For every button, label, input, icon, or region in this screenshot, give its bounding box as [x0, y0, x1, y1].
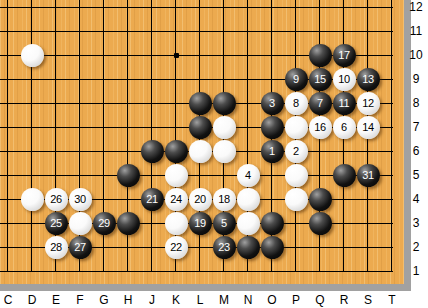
col-label-P: P — [284, 292, 308, 308]
col-label-C: C — [0, 292, 20, 308]
star-point-K10 — [174, 53, 179, 58]
stone-white-K5[interactable] — [165, 164, 188, 187]
stone-white-E4[interactable]: 26 — [45, 188, 68, 211]
row-label-3: 3 — [404, 215, 428, 231]
row-label-2: 2 — [404, 239, 428, 255]
row-label-9: 9 — [404, 71, 428, 87]
row-label-11: 11 — [404, 23, 428, 39]
stone-white-E2[interactable]: 28 — [45, 236, 68, 259]
stone-black-E3[interactable]: 25 — [45, 212, 68, 235]
stone-black-M2[interactable]: 23 — [213, 236, 236, 259]
stone-white-N4[interactable] — [237, 188, 260, 211]
stone-white-S8[interactable]: 12 — [357, 92, 380, 115]
stone-black-R10[interactable]: 17 — [333, 44, 356, 67]
stone-white-N5[interactable]: 4 — [237, 164, 260, 187]
stone-black-Q10[interactable] — [309, 44, 332, 67]
col-label-E: E — [44, 292, 68, 308]
stone-white-P7[interactable] — [285, 116, 308, 139]
col-label-H: H — [116, 292, 140, 308]
go-board-screenshot: 1791510133871112166141243126302124201825… — [0, 0, 428, 308]
stone-black-P9[interactable]: 9 — [285, 68, 308, 91]
stone-black-M8[interactable] — [213, 92, 236, 115]
row-label-8: 8 — [404, 95, 428, 111]
stone-black-H5[interactable] — [117, 164, 140, 187]
stone-black-S9[interactable]: 13 — [357, 68, 380, 91]
row-label-7: 7 — [404, 119, 428, 135]
col-label-M: M — [212, 292, 236, 308]
col-label-D: D — [20, 292, 44, 308]
stone-white-F4[interactable]: 30 — [69, 188, 92, 211]
stone-black-R8[interactable]: 11 — [333, 92, 356, 115]
col-label-G: G — [92, 292, 116, 308]
row-label-5: 5 — [404, 167, 428, 183]
stone-white-N3[interactable] — [237, 212, 260, 235]
stone-black-M3[interactable]: 5 — [213, 212, 236, 235]
col-label-K: K — [164, 292, 188, 308]
stone-white-M4[interactable]: 18 — [213, 188, 236, 211]
row-label-6: 6 — [404, 143, 428, 159]
col-label-L: L — [188, 292, 212, 308]
stone-black-Q8[interactable]: 7 — [309, 92, 332, 115]
stone-black-N2[interactable] — [237, 236, 260, 259]
col-label-T: T — [380, 292, 404, 308]
row-label-12: 12 — [404, 0, 428, 15]
stone-white-P8[interactable]: 8 — [285, 92, 308, 115]
stone-white-K2[interactable]: 22 — [165, 236, 188, 259]
stone-black-G3[interactable]: 29 — [93, 212, 116, 235]
stone-white-L4[interactable]: 20 — [189, 188, 212, 211]
col-label-J: J — [140, 292, 164, 308]
stone-black-Q4[interactable] — [309, 188, 332, 211]
col-label-R: R — [332, 292, 356, 308]
stone-black-R5[interactable] — [333, 164, 356, 187]
stone-white-R9[interactable]: 10 — [333, 68, 356, 91]
col-label-N: N — [236, 292, 260, 308]
stone-white-P5[interactable] — [285, 164, 308, 187]
stone-black-Q3[interactable] — [309, 212, 332, 235]
stone-black-L3[interactable]: 19 — [189, 212, 212, 235]
stone-white-D10[interactable] — [21, 44, 44, 67]
stone-black-Q9[interactable]: 15 — [309, 68, 332, 91]
stone-black-J6[interactable] — [141, 140, 164, 163]
row-label-4: 4 — [404, 191, 428, 207]
stone-white-K3[interactable] — [165, 212, 188, 235]
stone-black-O7[interactable] — [261, 116, 284, 139]
stone-white-P6[interactable]: 2 — [285, 140, 308, 163]
stone-black-O3[interactable] — [261, 212, 284, 235]
go-board[interactable]: 1791510133871112166141243126302124201825… — [0, 0, 404, 284]
row-label-1: 1 — [404, 263, 428, 279]
stone-white-K4[interactable]: 24 — [165, 188, 188, 211]
row-label-10: 10 — [404, 47, 428, 63]
stone-white-F3[interactable] — [69, 212, 92, 235]
stone-black-S5[interactable]: 31 — [357, 164, 380, 187]
stone-black-K6[interactable] — [165, 140, 188, 163]
stone-white-Q7[interactable]: 16 — [309, 116, 332, 139]
stone-white-M6[interactable] — [213, 140, 236, 163]
stone-white-P4[interactable] — [285, 188, 308, 211]
col-label-Q: Q — [308, 292, 332, 308]
stone-black-L8[interactable] — [189, 92, 212, 115]
stone-black-O2[interactable] — [261, 236, 284, 259]
stone-black-O6[interactable]: 1 — [261, 140, 284, 163]
stone-white-L6[interactable] — [189, 140, 212, 163]
stone-black-J4[interactable]: 21 — [141, 188, 164, 211]
stone-black-F2[interactable]: 27 — [69, 236, 92, 259]
stone-white-M7[interactable] — [213, 116, 236, 139]
col-label-S: S — [356, 292, 380, 308]
stone-white-S7[interactable]: 14 — [357, 116, 380, 139]
stone-black-O8[interactable]: 3 — [261, 92, 284, 115]
stone-white-R7[interactable]: 6 — [333, 116, 356, 139]
col-label-F: F — [68, 292, 92, 308]
stone-black-H3[interactable] — [117, 212, 140, 235]
stone-white-D4[interactable] — [21, 188, 44, 211]
board-frame-bottom — [0, 284, 411, 291]
col-label-O: O — [260, 292, 284, 308]
stone-black-L7[interactable] — [189, 116, 212, 139]
